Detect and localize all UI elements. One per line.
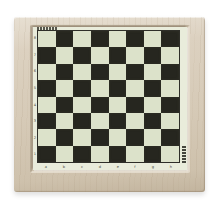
side-print-mark (182, 146, 186, 163)
file-label-f: f (127, 164, 143, 169)
square-c8 (73, 31, 91, 47)
square-b2 (56, 129, 74, 145)
square-c6 (73, 64, 91, 80)
square-a5 (38, 80, 56, 96)
square-c3 (73, 113, 91, 129)
chess-grid (37, 30, 180, 163)
square-e1 (109, 146, 127, 162)
square-f6 (126, 64, 144, 80)
file-label-g: g (145, 164, 161, 169)
rank-label-8: 8 (33, 31, 37, 46)
square-f5 (126, 80, 144, 96)
square-d6 (91, 64, 109, 80)
wooden-frame: 87654321 abcdefgh (14, 17, 205, 192)
rank-label-3: 3 (33, 114, 37, 129)
square-g3 (144, 113, 162, 129)
square-e8 (109, 31, 127, 47)
square-h1 (161, 146, 179, 162)
square-e3 (109, 113, 127, 129)
square-h2 (161, 129, 179, 145)
file-labels: abcdefgh (37, 164, 180, 170)
square-a6 (38, 64, 56, 80)
square-b8 (56, 31, 74, 47)
square-b5 (56, 80, 74, 96)
square-g8 (144, 31, 162, 47)
square-c5 (73, 80, 91, 96)
square-a3 (38, 113, 56, 129)
product-photo: 87654321 abcdefgh (0, 0, 219, 210)
square-c4 (73, 97, 91, 113)
file-label-a: a (38, 164, 54, 169)
square-d4 (91, 97, 109, 113)
square-f7 (126, 47, 144, 63)
square-h8 (161, 31, 179, 47)
rank-label-2: 2 (33, 131, 37, 146)
square-a1 (38, 146, 56, 162)
square-g1 (144, 146, 162, 162)
square-h5 (161, 80, 179, 96)
square-c7 (73, 47, 91, 63)
chessboard: 87654321 abcdefgh (33, 27, 187, 170)
square-h4 (161, 97, 179, 113)
square-b6 (56, 64, 74, 80)
square-d1 (91, 146, 109, 162)
square-e7 (109, 47, 127, 63)
square-g7 (144, 47, 162, 63)
square-f8 (126, 31, 144, 47)
square-h3 (161, 113, 179, 129)
square-f1 (126, 146, 144, 162)
square-a7 (38, 47, 56, 63)
square-d7 (91, 47, 109, 63)
file-label-d: d (92, 164, 108, 169)
square-f2 (126, 129, 144, 145)
square-g5 (144, 80, 162, 96)
square-g2 (144, 129, 162, 145)
rank-labels: 87654321 (33, 30, 37, 163)
square-f3 (126, 113, 144, 129)
rank-label-1: 1 (33, 147, 37, 162)
square-e5 (109, 80, 127, 96)
square-a4 (38, 97, 56, 113)
square-d3 (91, 113, 109, 129)
square-d5 (91, 80, 109, 96)
square-h7 (161, 47, 179, 63)
square-c2 (73, 129, 91, 145)
file-label-h: h (163, 164, 179, 169)
square-d2 (91, 129, 109, 145)
rank-label-5: 5 (33, 81, 37, 96)
square-d8 (91, 31, 109, 47)
square-e2 (109, 129, 127, 145)
square-b4 (56, 97, 74, 113)
square-e4 (109, 97, 127, 113)
square-b1 (56, 146, 74, 162)
file-label-e: e (109, 164, 125, 169)
rank-label-7: 7 (33, 47, 37, 62)
file-label-c: c (74, 164, 90, 169)
square-b7 (56, 47, 74, 63)
rank-label-6: 6 (33, 64, 37, 79)
square-b3 (56, 113, 74, 129)
square-c1 (73, 146, 91, 162)
square-a8 (38, 31, 56, 47)
square-e6 (109, 64, 127, 80)
square-f4 (126, 97, 144, 113)
square-g4 (144, 97, 162, 113)
square-a2 (38, 129, 56, 145)
rank-label-4: 4 (33, 97, 37, 112)
square-h6 (161, 64, 179, 80)
file-label-b: b (56, 164, 72, 169)
square-g6 (144, 64, 162, 80)
